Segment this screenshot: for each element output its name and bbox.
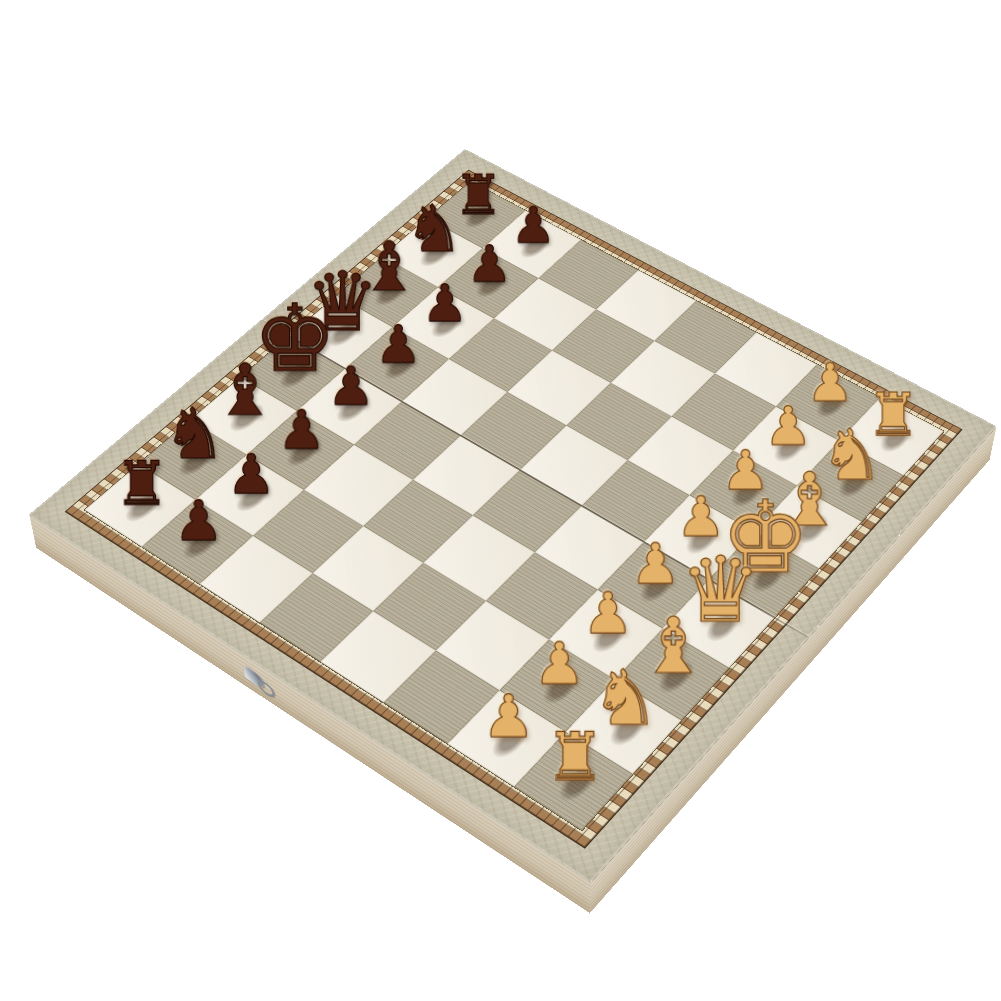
piece-white-rook[interactable]: ♜ (545, 723, 605, 789)
board-top-face: ♜♞♝♚♛♝♞♜♟♟♟♟♟♟♟♟♟♟♟♟♟♟♟♟♜♞♝♛♚♝♞♜ (29, 149, 997, 883)
piece-black-pawn[interactable]: ♟ (174, 494, 224, 549)
chess-board: ♜♞♝♚♛♝♞♜♟♟♟♟♟♟♟♟♟♟♟♟♟♟♟♟♜♞♝♛♚♝♞♜ (29, 149, 997, 883)
piece-black-knight[interactable]: ♞ (163, 399, 226, 469)
board-grid: ♜♞♝♚♛♝♞♜♟♟♟♟♟♟♟♟♟♟♟♟♟♟♟♟♜♞♝♛♚♝♞♜ (83, 181, 944, 832)
piece-black-pawn[interactable]: ♟ (511, 201, 556, 251)
piece-black-rook[interactable]: ♜ (114, 452, 168, 513)
product-photo: ♜♞♝♚♛♝♞♜♟♟♟♟♟♟♟♟♟♟♟♟♟♟♟♟♜♞♝♛♚♝♞♜ (0, 0, 1001, 1001)
piece-black-pawn[interactable]: ♟ (227, 448, 276, 502)
piece-white-pawn[interactable]: ♟ (806, 357, 853, 410)
piece-black-pawn[interactable]: ♟ (327, 361, 374, 414)
latch-ring-icon (258, 677, 275, 700)
piece-white-pawn[interactable]: ♟ (582, 585, 633, 642)
piece-white-pawn[interactable]: ♟ (764, 400, 812, 454)
piece-black-pawn[interactable]: ♟ (422, 279, 468, 330)
piece-black-pawn[interactable]: ♟ (375, 319, 422, 371)
piece-white-pawn[interactable]: ♟ (630, 536, 680, 592)
piece-white-pawn[interactable]: ♟ (533, 635, 585, 693)
piece-black-pawn[interactable]: ♟ (467, 239, 512, 290)
piece-white-pawn[interactable]: ♟ (482, 687, 535, 746)
piece-black-pawn[interactable]: ♟ (278, 404, 326, 458)
